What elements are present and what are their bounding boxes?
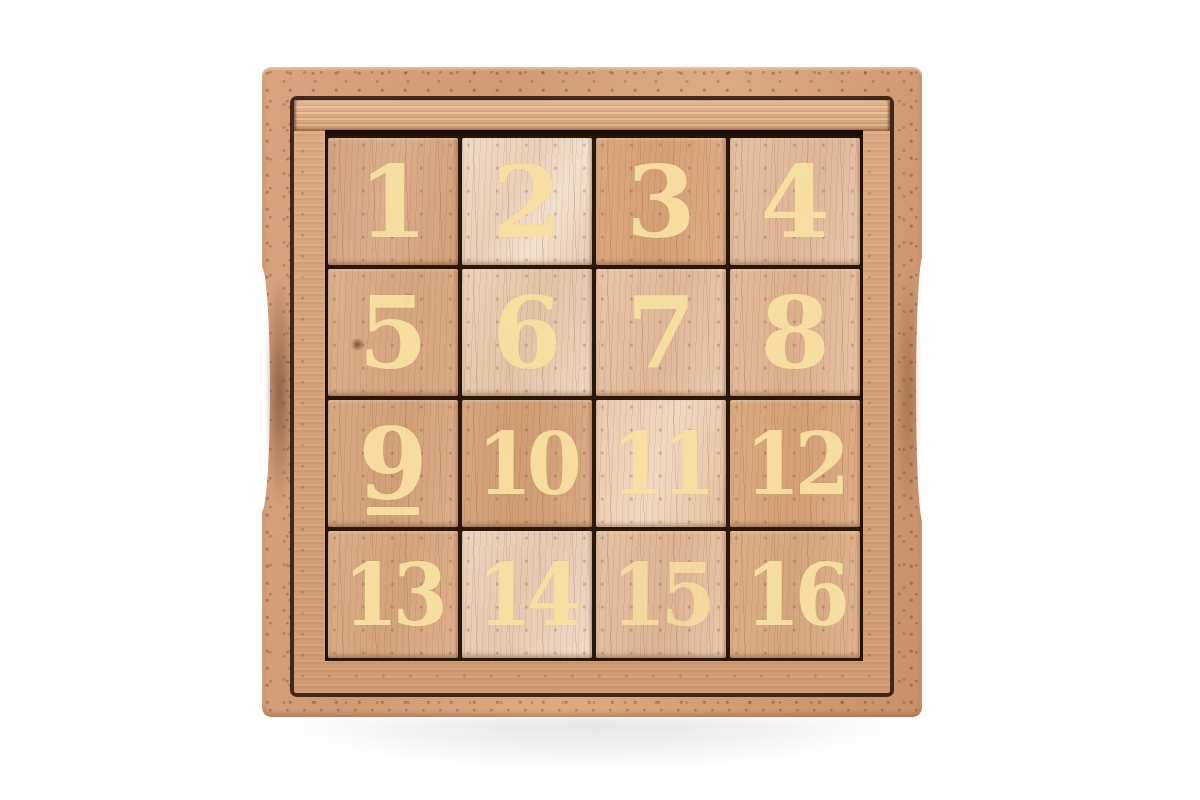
- tile-15[interactable]: 15: [596, 531, 726, 658]
- right-finger-notch: [916, 257, 930, 522]
- tile-number: 13: [343, 552, 442, 638]
- tile-10[interactable]: 10: [462, 400, 592, 527]
- tile-11[interactable]: 11: [596, 400, 726, 527]
- tile-number: 11: [611, 421, 710, 507]
- tile-4[interactable]: 4: [730, 138, 860, 265]
- sliding-lid-rail[interactable]: [294, 100, 890, 131]
- underline-bar: [367, 507, 419, 515]
- tile-number: 5: [358, 283, 428, 383]
- tile-number: 4: [760, 152, 830, 252]
- tile-14[interactable]: 14: [462, 531, 592, 658]
- photo-scene: 12345678910111213141516: [0, 0, 1200, 800]
- tile-pit: 12345678910111213141516: [325, 130, 863, 661]
- tile-number: 7: [626, 283, 696, 383]
- left-notch-shadow: [267, 279, 295, 504]
- tile-number: 14: [477, 552, 576, 638]
- tile-6[interactable]: 6: [462, 269, 592, 396]
- tile-2[interactable]: 2: [462, 138, 592, 265]
- tile-number: 12: [745, 421, 844, 507]
- tile-7[interactable]: 7: [596, 269, 726, 396]
- tile-grid: 12345678910111213141516: [328, 138, 860, 658]
- tile-number: 16: [745, 552, 844, 638]
- tile-5[interactable]: 5: [328, 269, 458, 396]
- tile-number: 2: [492, 152, 562, 252]
- tile-8[interactable]: 8: [730, 269, 860, 396]
- tile-16[interactable]: 16: [730, 531, 860, 658]
- tile-12[interactable]: 12: [730, 400, 860, 527]
- tile-number: 3: [626, 152, 696, 252]
- inner-tray: 12345678910111213141516: [294, 100, 890, 693]
- tile-number: 10: [477, 421, 576, 507]
- table-reflection: [274, 718, 910, 770]
- tile-9[interactable]: 9: [328, 400, 458, 527]
- left-finger-notch: [253, 267, 270, 512]
- tile-number: 1: [358, 152, 428, 252]
- tile-number: 9: [358, 414, 428, 514]
- tile-number: 8: [760, 283, 830, 383]
- tile-1[interactable]: 1: [328, 138, 458, 265]
- tile-number: 15: [611, 552, 710, 638]
- puzzle-box-frame: 12345678910111213141516: [262, 67, 922, 717]
- tile-13[interactable]: 13: [328, 531, 458, 658]
- tile-3[interactable]: 3: [596, 138, 726, 265]
- tile-number: 6: [492, 283, 562, 383]
